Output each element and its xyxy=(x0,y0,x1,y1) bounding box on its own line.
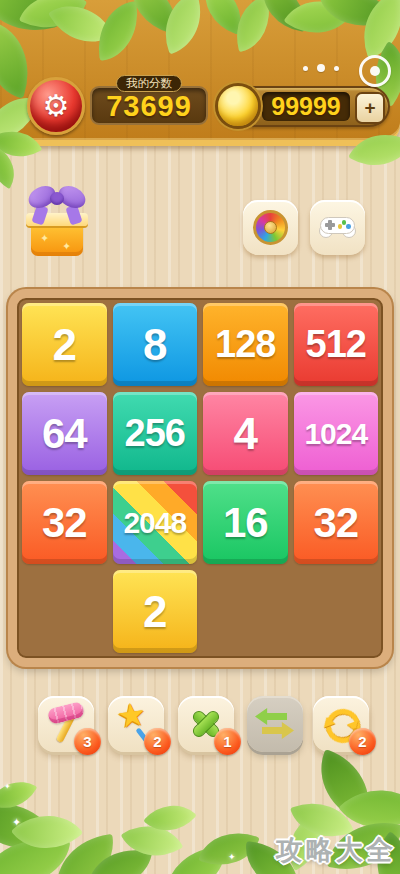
coin-value: 99999 xyxy=(271,92,341,121)
coin-field: 99999 xyxy=(262,92,350,121)
tile-128: 128 xyxy=(203,303,288,386)
gear-icon: ⚙ xyxy=(43,91,70,121)
tile-8: 8 xyxy=(113,303,198,386)
tile-2: 2 xyxy=(113,570,198,653)
tile-256: 256 xyxy=(113,392,198,475)
more-dots-icon[interactable] xyxy=(303,62,339,74)
gift-box-button[interactable]: ✦ ✦ xyxy=(24,186,90,260)
tile-32: 32 xyxy=(294,481,379,564)
score-value: 73699 xyxy=(92,88,206,125)
tile-1024: 1024 xyxy=(294,392,379,475)
gift-star-icon: ✦ xyxy=(40,233,49,244)
powerup-star-wand-button[interactable]: ★ 2 xyxy=(108,696,164,752)
tile-4: 4 xyxy=(203,392,288,475)
settings-button[interactable]: ⚙ xyxy=(27,77,85,135)
sparkle-icon: ✦ xyxy=(12,816,21,829)
powerup-swap-button[interactable] xyxy=(247,696,303,752)
powerup-x-remove-button[interactable]: 1 xyxy=(178,696,234,752)
empty-cell xyxy=(203,570,288,653)
tile-2048: 2048 xyxy=(113,481,198,564)
coin-icon xyxy=(215,83,261,129)
coin-bar: 99999 + xyxy=(216,86,390,127)
lucky-wheel-button[interactable] xyxy=(243,200,298,255)
tile-2: 2 xyxy=(22,303,107,386)
lucky-wheel-icon xyxy=(253,210,288,245)
score-label: 我的分数 xyxy=(116,75,182,92)
shuffle-count-badge: 2 xyxy=(349,728,376,755)
game-board[interactable]: 28128512642564102432204816322 xyxy=(8,289,392,667)
tile-512: 512 xyxy=(294,303,379,386)
tile-32: 32 xyxy=(22,481,107,564)
star-wand-count-badge: 2 xyxy=(144,728,171,755)
powerup-hammer-button[interactable]: 3 xyxy=(38,696,94,752)
watermark: 攻略大全 xyxy=(276,832,396,868)
powerup-shuffle-button[interactable]: 2 xyxy=(313,696,369,752)
gift-bow-knot xyxy=(50,192,64,205)
empty-cell xyxy=(22,570,107,653)
sparkle-icon: ✦ xyxy=(228,852,236,862)
empty-cell xyxy=(294,570,379,653)
x-remove-count-badge: 1 xyxy=(214,728,241,755)
minigame-button[interactable] xyxy=(310,200,365,255)
score-panel: 我的分数 73699 xyxy=(90,86,208,125)
add-coins-button[interactable]: + xyxy=(355,92,385,124)
gamepad-icon xyxy=(320,217,355,238)
tile-16: 16 xyxy=(203,481,288,564)
circle-dot-icon[interactable] xyxy=(359,55,391,87)
gift-body: ✦ ✦ xyxy=(31,225,83,256)
board-grid: 28128512642564102432204816322 xyxy=(17,298,383,658)
gift-star-icon: ✦ xyxy=(62,241,71,252)
tile-64: 64 xyxy=(22,392,107,475)
game-screen: ⚙ 我的分数 73699 99999 + ✦ ✦ xyxy=(0,0,400,874)
hammer-count-badge: 3 xyxy=(74,728,101,755)
sparkle-icon: ✦ xyxy=(4,782,11,791)
